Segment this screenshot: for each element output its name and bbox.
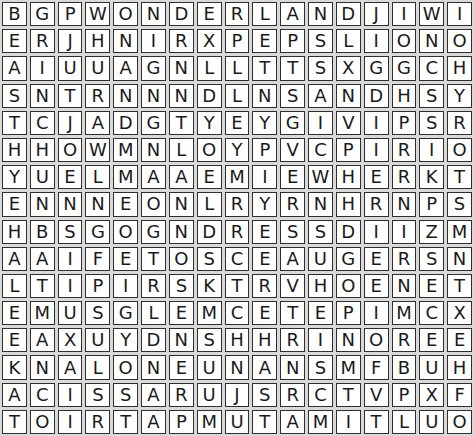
cell-r5c9[interactable]: E bbox=[225, 111, 250, 135]
cell-r4c4[interactable]: R bbox=[85, 84, 110, 108]
cell-r11c15[interactable]: N bbox=[392, 274, 417, 298]
cell-r1c5[interactable]: O bbox=[113, 2, 138, 26]
cell-r16c8[interactable]: M bbox=[197, 410, 222, 434]
cell-r10c17[interactable]: N bbox=[447, 247, 472, 271]
cell-r8c12[interactable]: N bbox=[308, 192, 333, 216]
cell-r1c10[interactable]: L bbox=[252, 2, 277, 26]
cell-r6c4[interactable]: W bbox=[85, 138, 110, 162]
cell-r3c17[interactable]: H bbox=[447, 56, 472, 80]
cell-r5c5[interactable]: D bbox=[113, 111, 138, 135]
cell-r14c17[interactable]: H bbox=[447, 355, 472, 379]
cell-r12c4[interactable]: S bbox=[85, 301, 110, 325]
cell-r9c10[interactable]: E bbox=[252, 220, 277, 244]
cell-r8c8[interactable]: L bbox=[197, 192, 222, 216]
cell-r9c13[interactable]: D bbox=[336, 220, 361, 244]
cell-r14c1[interactable]: K bbox=[2, 355, 27, 379]
cell-r7c14[interactable]: E bbox=[364, 165, 389, 189]
cell-r1c14[interactable]: J bbox=[364, 2, 389, 26]
cell-r6c9[interactable]: Y bbox=[225, 138, 250, 162]
cell-r9c14[interactable]: I bbox=[364, 220, 389, 244]
cell-r2c14[interactable]: I bbox=[364, 29, 389, 53]
cell-r1c1[interactable]: B bbox=[2, 2, 27, 26]
cell-r2c4[interactable]: H bbox=[85, 29, 110, 53]
cell-r9c8[interactable]: D bbox=[197, 220, 222, 244]
cell-r16c17[interactable]: O bbox=[447, 410, 472, 434]
cell-r6c13[interactable]: P bbox=[336, 138, 361, 162]
cell-r7c16[interactable]: K bbox=[419, 165, 444, 189]
cell-r15c17[interactable]: F bbox=[447, 383, 472, 407]
cell-r11c2[interactable]: T bbox=[30, 274, 55, 298]
cell-r12c11[interactable]: T bbox=[280, 301, 305, 325]
cell-r8c14[interactable]: R bbox=[364, 192, 389, 216]
cell-r15c1[interactable]: A bbox=[2, 383, 27, 407]
cell-r13c5[interactable]: Y bbox=[113, 328, 138, 352]
cell-r1c7[interactable]: D bbox=[169, 2, 194, 26]
cell-r11c7[interactable]: S bbox=[169, 274, 194, 298]
cell-r6c8[interactable]: O bbox=[197, 138, 222, 162]
cell-r6c5[interactable]: M bbox=[113, 138, 138, 162]
cell-r8c3[interactable]: N bbox=[58, 192, 83, 216]
cell-r13c4[interactable]: U bbox=[85, 328, 110, 352]
cell-r11c10[interactable]: R bbox=[252, 274, 277, 298]
cell-r4c17[interactable]: Y bbox=[447, 84, 472, 108]
cell-r9c5[interactable]: O bbox=[113, 220, 138, 244]
cell-r10c15[interactable]: R bbox=[392, 247, 417, 271]
cell-r15c11[interactable]: R bbox=[280, 383, 305, 407]
cell-r4c14[interactable]: D bbox=[364, 84, 389, 108]
cell-r14c4[interactable]: L bbox=[85, 355, 110, 379]
cell-r1c12[interactable]: N bbox=[308, 2, 333, 26]
cell-r10c8[interactable]: S bbox=[197, 247, 222, 271]
cell-r15c9[interactable]: J bbox=[225, 383, 250, 407]
cell-r6c3[interactable]: O bbox=[58, 138, 83, 162]
cell-r11c12[interactable]: H bbox=[308, 274, 333, 298]
cell-r2c15[interactable]: O bbox=[392, 29, 417, 53]
cell-r13c2[interactable]: A bbox=[30, 328, 55, 352]
cell-r1c9[interactable]: R bbox=[225, 2, 250, 26]
cell-r5c10[interactable]: Y bbox=[252, 111, 277, 135]
cell-r10c2[interactable]: A bbox=[30, 247, 55, 271]
cell-r11c11[interactable]: V bbox=[280, 274, 305, 298]
cell-r12c7[interactable]: E bbox=[169, 301, 194, 325]
cell-r8c6[interactable]: O bbox=[141, 192, 166, 216]
cell-r3c14[interactable]: G bbox=[364, 56, 389, 80]
cell-r11c16[interactable]: E bbox=[419, 274, 444, 298]
cell-r5c6[interactable]: G bbox=[141, 111, 166, 135]
cell-r15c3[interactable]: I bbox=[58, 383, 83, 407]
cell-r12c2[interactable]: M bbox=[30, 301, 55, 325]
cell-r6c11[interactable]: V bbox=[280, 138, 305, 162]
cell-r6c2[interactable]: H bbox=[30, 138, 55, 162]
cell-r10c6[interactable]: T bbox=[141, 247, 166, 271]
cell-r8c7[interactable]: N bbox=[169, 192, 194, 216]
cell-r2c11[interactable]: P bbox=[280, 29, 305, 53]
cell-r3c5[interactable]: A bbox=[113, 56, 138, 80]
cell-r4c15[interactable]: H bbox=[392, 84, 417, 108]
cell-r3c4[interactable]: U bbox=[85, 56, 110, 80]
cell-r3c8[interactable]: L bbox=[197, 56, 222, 80]
cell-r10c3[interactable]: I bbox=[58, 247, 83, 271]
cell-r12c15[interactable]: M bbox=[392, 301, 417, 325]
cell-r13c7[interactable]: N bbox=[169, 328, 194, 352]
cell-r15c6[interactable]: A bbox=[141, 383, 166, 407]
cell-r11c14[interactable]: E bbox=[364, 274, 389, 298]
cell-r9c12[interactable]: S bbox=[308, 220, 333, 244]
cell-r7c2[interactable]: U bbox=[30, 165, 55, 189]
cell-r5c12[interactable]: I bbox=[308, 111, 333, 135]
cell-r3c6[interactable]: G bbox=[141, 56, 166, 80]
cell-r5c15[interactable]: P bbox=[392, 111, 417, 135]
cell-r3c11[interactable]: T bbox=[280, 56, 305, 80]
cell-r7c1[interactable]: Y bbox=[2, 165, 27, 189]
cell-r12c9[interactable]: C bbox=[225, 301, 250, 325]
cell-r16c5[interactable]: T bbox=[113, 410, 138, 434]
cell-r2c13[interactable]: L bbox=[336, 29, 361, 53]
cell-r13c12[interactable]: I bbox=[308, 328, 333, 352]
cell-r12c16[interactable]: C bbox=[419, 301, 444, 325]
cell-r14c16[interactable]: U bbox=[419, 355, 444, 379]
cell-r8c13[interactable]: H bbox=[336, 192, 361, 216]
cell-r7c6[interactable]: A bbox=[141, 165, 166, 189]
cell-r10c11[interactable]: A bbox=[280, 247, 305, 271]
cell-r7c9[interactable]: M bbox=[225, 165, 250, 189]
cell-r2c6[interactable]: I bbox=[141, 29, 166, 53]
cell-r1c17[interactable]: I bbox=[447, 2, 472, 26]
cell-r10c4[interactable]: F bbox=[85, 247, 110, 271]
cell-r15c5[interactable]: S bbox=[113, 383, 138, 407]
cell-r3c12[interactable]: S bbox=[308, 56, 333, 80]
cell-r14c7[interactable]: E bbox=[169, 355, 194, 379]
cell-r8c11[interactable]: R bbox=[280, 192, 305, 216]
cell-r1c16[interactable]: W bbox=[419, 2, 444, 26]
cell-r5c4[interactable]: A bbox=[85, 111, 110, 135]
cell-r7c7[interactable]: A bbox=[169, 165, 194, 189]
cell-r16c2[interactable]: O bbox=[30, 410, 55, 434]
cell-r16c1[interactable]: T bbox=[2, 410, 27, 434]
cell-r3c10[interactable]: T bbox=[252, 56, 277, 80]
cell-r1c4[interactable]: W bbox=[85, 2, 110, 26]
cell-r5c14[interactable]: I bbox=[364, 111, 389, 135]
cell-r15c13[interactable]: T bbox=[336, 383, 361, 407]
cell-r7c17[interactable]: T bbox=[447, 165, 472, 189]
cell-r9c9[interactable]: R bbox=[225, 220, 250, 244]
cell-r16c4[interactable]: R bbox=[85, 410, 110, 434]
cell-r13c6[interactable]: D bbox=[141, 328, 166, 352]
cell-r13c10[interactable]: H bbox=[252, 328, 277, 352]
cell-r12c10[interactable]: E bbox=[252, 301, 277, 325]
cell-r4c8[interactable]: D bbox=[197, 84, 222, 108]
cell-r13c8[interactable]: S bbox=[197, 328, 222, 352]
cell-r9c2[interactable]: B bbox=[30, 220, 55, 244]
cell-r15c10[interactable]: S bbox=[252, 383, 277, 407]
cell-r12c17[interactable]: X bbox=[447, 301, 472, 325]
cell-r10c13[interactable]: G bbox=[336, 247, 361, 271]
cell-r12c13[interactable]: P bbox=[336, 301, 361, 325]
cell-r13c14[interactable]: O bbox=[364, 328, 389, 352]
cell-r8c2[interactable]: N bbox=[30, 192, 55, 216]
cell-r4c1[interactable]: S bbox=[2, 84, 27, 108]
cell-r8c4[interactable]: N bbox=[85, 192, 110, 216]
cell-r7c12[interactable]: W bbox=[308, 165, 333, 189]
cell-r15c16[interactable]: X bbox=[419, 383, 444, 407]
cell-r6c17[interactable]: O bbox=[447, 138, 472, 162]
cell-r5c16[interactable]: S bbox=[419, 111, 444, 135]
cell-r4c16[interactable]: S bbox=[419, 84, 444, 108]
cell-r15c12[interactable]: C bbox=[308, 383, 333, 407]
cell-r3c9[interactable]: L bbox=[225, 56, 250, 80]
cell-r3c1[interactable]: A bbox=[2, 56, 27, 80]
cell-r4c12[interactable]: A bbox=[308, 84, 333, 108]
cell-r3c16[interactable]: C bbox=[419, 56, 444, 80]
cell-r13c15[interactable]: R bbox=[392, 328, 417, 352]
cell-r8c10[interactable]: Y bbox=[252, 192, 277, 216]
cell-r14c13[interactable]: M bbox=[336, 355, 361, 379]
cell-r6c1[interactable]: H bbox=[2, 138, 27, 162]
cell-r12c1[interactable]: E bbox=[2, 301, 27, 325]
cell-r10c10[interactable]: E bbox=[252, 247, 277, 271]
cell-r11c6[interactable]: R bbox=[141, 274, 166, 298]
cell-r3c7[interactable]: N bbox=[169, 56, 194, 80]
cell-r5c2[interactable]: C bbox=[30, 111, 55, 135]
cell-r7c5[interactable]: M bbox=[113, 165, 138, 189]
cell-r4c3[interactable]: T bbox=[58, 84, 83, 108]
cell-r10c12[interactable]: U bbox=[308, 247, 333, 271]
cell-r16c3[interactable]: I bbox=[58, 410, 83, 434]
cell-r14c12[interactable]: S bbox=[308, 355, 333, 379]
cell-r2c5[interactable]: N bbox=[113, 29, 138, 53]
cell-r4c10[interactable]: N bbox=[252, 84, 277, 108]
cell-r1c13[interactable]: D bbox=[336, 2, 361, 26]
cell-r15c7[interactable]: R bbox=[169, 383, 194, 407]
cell-r4c6[interactable]: N bbox=[141, 84, 166, 108]
cell-r14c5[interactable]: O bbox=[113, 355, 138, 379]
cell-r3c3[interactable]: U bbox=[58, 56, 83, 80]
cell-r8c9[interactable]: R bbox=[225, 192, 250, 216]
cell-r7c15[interactable]: R bbox=[392, 165, 417, 189]
cell-r4c11[interactable]: S bbox=[280, 84, 305, 108]
cell-r16c6[interactable]: A bbox=[141, 410, 166, 434]
cell-r15c4[interactable]: S bbox=[85, 383, 110, 407]
cell-r9c17[interactable]: M bbox=[447, 220, 472, 244]
cell-r14c9[interactable]: N bbox=[225, 355, 250, 379]
cell-r7c10[interactable]: I bbox=[252, 165, 277, 189]
cell-r1c2[interactable]: G bbox=[30, 2, 55, 26]
cell-r6c16[interactable]: I bbox=[419, 138, 444, 162]
cell-r7c3[interactable]: E bbox=[58, 165, 83, 189]
cell-r15c8[interactable]: U bbox=[197, 383, 222, 407]
cell-r11c5[interactable]: I bbox=[113, 274, 138, 298]
cell-r12c6[interactable]: L bbox=[141, 301, 166, 325]
cell-r10c7[interactable]: O bbox=[169, 247, 194, 271]
cell-r4c5[interactable]: N bbox=[113, 84, 138, 108]
cell-r3c15[interactable]: G bbox=[392, 56, 417, 80]
cell-r1c6[interactable]: N bbox=[141, 2, 166, 26]
cell-r8c5[interactable]: E bbox=[113, 192, 138, 216]
cell-r1c11[interactable]: A bbox=[280, 2, 305, 26]
cell-r13c16[interactable]: E bbox=[419, 328, 444, 352]
cell-r10c16[interactable]: S bbox=[419, 247, 444, 271]
cell-r10c9[interactable]: C bbox=[225, 247, 250, 271]
cell-r13c9[interactable]: H bbox=[225, 328, 250, 352]
cell-r12c5[interactable]: G bbox=[113, 301, 138, 325]
cell-r6c6[interactable]: N bbox=[141, 138, 166, 162]
cell-r2c2[interactable]: R bbox=[30, 29, 55, 53]
cell-r9c7[interactable]: N bbox=[169, 220, 194, 244]
cell-r16c13[interactable]: I bbox=[336, 410, 361, 434]
cell-r13c13[interactable]: N bbox=[336, 328, 361, 352]
cell-r9c3[interactable]: S bbox=[58, 220, 83, 244]
cell-r9c4[interactable]: G bbox=[85, 220, 110, 244]
cell-r15c15[interactable]: P bbox=[392, 383, 417, 407]
cell-r14c10[interactable]: A bbox=[252, 355, 277, 379]
cell-r5c13[interactable]: V bbox=[336, 111, 361, 135]
cell-r2c17[interactable]: O bbox=[447, 29, 472, 53]
cell-r2c12[interactable]: S bbox=[308, 29, 333, 53]
cell-r12c14[interactable]: I bbox=[364, 301, 389, 325]
cell-r9c6[interactable]: G bbox=[141, 220, 166, 244]
cell-r6c15[interactable]: R bbox=[392, 138, 417, 162]
cell-r4c9[interactable]: L bbox=[225, 84, 250, 108]
cell-r11c9[interactable]: T bbox=[225, 274, 250, 298]
cell-r14c3[interactable]: A bbox=[58, 355, 83, 379]
cell-r7c4[interactable]: L bbox=[85, 165, 110, 189]
cell-r14c11[interactable]: N bbox=[280, 355, 305, 379]
cell-r1c8[interactable]: E bbox=[197, 2, 222, 26]
cell-r16c14[interactable]: T bbox=[364, 410, 389, 434]
cell-r14c6[interactable]: N bbox=[141, 355, 166, 379]
cell-r2c8[interactable]: X bbox=[197, 29, 222, 53]
cell-r4c7[interactable]: N bbox=[169, 84, 194, 108]
cell-r11c3[interactable]: I bbox=[58, 274, 83, 298]
cell-r11c1[interactable]: L bbox=[2, 274, 27, 298]
cell-r2c16[interactable]: N bbox=[419, 29, 444, 53]
cell-r1c3[interactable]: P bbox=[58, 2, 83, 26]
cell-r13c3[interactable]: X bbox=[58, 328, 83, 352]
cell-r11c13[interactable]: O bbox=[336, 274, 361, 298]
cell-r5c8[interactable]: Y bbox=[197, 111, 222, 135]
cell-r16c15[interactable]: L bbox=[392, 410, 417, 434]
cell-r5c11[interactable]: G bbox=[280, 111, 305, 135]
cell-r5c1[interactable]: T bbox=[2, 111, 27, 135]
cell-r6c7[interactable]: L bbox=[169, 138, 194, 162]
cell-r2c1[interactable]: E bbox=[2, 29, 27, 53]
cell-r16c10[interactable]: T bbox=[252, 410, 277, 434]
cell-r4c13[interactable]: N bbox=[336, 84, 361, 108]
cell-r8c16[interactable]: P bbox=[419, 192, 444, 216]
cell-r7c11[interactable]: E bbox=[280, 165, 305, 189]
cell-r8c15[interactable]: N bbox=[392, 192, 417, 216]
cell-r13c17[interactable]: E bbox=[447, 328, 472, 352]
cell-r13c1[interactable]: E bbox=[2, 328, 27, 352]
cell-r3c2[interactable]: I bbox=[30, 56, 55, 80]
cell-r14c2[interactable]: N bbox=[30, 355, 55, 379]
cell-r14c8[interactable]: U bbox=[197, 355, 222, 379]
cell-r8c1[interactable]: E bbox=[2, 192, 27, 216]
cell-r6c10[interactable]: P bbox=[252, 138, 277, 162]
cell-r9c16[interactable]: Z bbox=[419, 220, 444, 244]
cell-r2c10[interactable]: E bbox=[252, 29, 277, 53]
cell-r11c17[interactable]: T bbox=[447, 274, 472, 298]
cell-r5c17[interactable]: R bbox=[447, 111, 472, 135]
cell-r2c7[interactable]: R bbox=[169, 29, 194, 53]
cell-r14c14[interactable]: F bbox=[364, 355, 389, 379]
cell-r16c11[interactable]: A bbox=[280, 410, 305, 434]
cell-r14c15[interactable]: B bbox=[392, 355, 417, 379]
cell-r9c11[interactable]: S bbox=[280, 220, 305, 244]
cell-r13c11[interactable]: R bbox=[280, 328, 305, 352]
cell-r15c2[interactable]: C bbox=[30, 383, 55, 407]
cell-r5c7[interactable]: T bbox=[169, 111, 194, 135]
cell-r3c13[interactable]: X bbox=[336, 56, 361, 80]
cell-r16c7[interactable]: P bbox=[169, 410, 194, 434]
cell-r6c12[interactable]: C bbox=[308, 138, 333, 162]
word-search-board: BGPWONDERLANDJIWIERJHNIRXPEPSLIONOAIUUAG… bbox=[0, 0, 474, 436]
cell-r11c8[interactable]: K bbox=[197, 274, 222, 298]
cell-r9c1[interactable]: H bbox=[2, 220, 27, 244]
cell-r1c15[interactable]: I bbox=[392, 2, 417, 26]
cell-r9c15[interactable]: I bbox=[392, 220, 417, 244]
cell-r10c14[interactable]: E bbox=[364, 247, 389, 271]
cell-r10c1[interactable]: A bbox=[2, 247, 27, 271]
cell-r15c14[interactable]: V bbox=[364, 383, 389, 407]
cell-r2c3[interactable]: J bbox=[58, 29, 83, 53]
cell-r16c16[interactable]: U bbox=[419, 410, 444, 434]
cell-r4c2[interactable]: N bbox=[30, 84, 55, 108]
cell-r10c5[interactable]: E bbox=[113, 247, 138, 271]
cell-r5c3[interactable]: J bbox=[58, 111, 83, 135]
cell-r7c8[interactable]: E bbox=[197, 165, 222, 189]
cell-r16c12[interactable]: M bbox=[308, 410, 333, 434]
cell-r12c3[interactable]: U bbox=[58, 301, 83, 325]
cell-r8c17[interactable]: S bbox=[447, 192, 472, 216]
cell-r16c9[interactable]: U bbox=[225, 410, 250, 434]
cell-r6c14[interactable]: I bbox=[364, 138, 389, 162]
cell-r12c12[interactable]: E bbox=[308, 301, 333, 325]
cell-r11c4[interactable]: P bbox=[85, 274, 110, 298]
cell-r7c13[interactable]: H bbox=[336, 165, 361, 189]
cell-r12c8[interactable]: M bbox=[197, 301, 222, 325]
cell-r2c9[interactable]: P bbox=[225, 29, 250, 53]
